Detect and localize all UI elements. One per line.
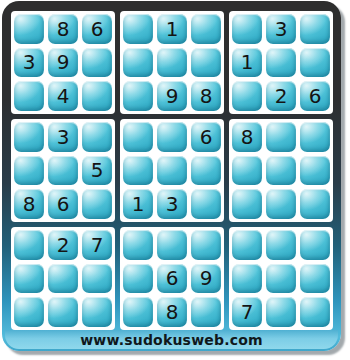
cell-digit: 7 [241,302,254,322]
cell-r3c1[interactable] [14,81,44,111]
cell-r6c5[interactable]: 3 [157,189,187,219]
cell-r8c6[interactable]: 9 [191,264,221,294]
block-3-3: 7 [229,227,333,330]
cell-r8c9[interactable] [300,264,330,294]
cell-r9c9[interactable] [300,297,330,327]
site-url: www.sudokusweb.com [80,332,263,348]
cell-r7c7[interactable] [232,230,262,260]
cell-r1c7[interactable] [232,14,262,44]
cell-digit: 7 [91,235,104,255]
cell-digit: 9 [57,52,70,72]
cell-r8c7[interactable] [232,264,262,294]
cell-r2c2[interactable]: 9 [48,48,78,78]
cell-r7c8[interactable] [266,230,296,260]
cell-r9c5[interactable]: 8 [157,297,187,327]
cell-r9c8[interactable] [266,297,296,327]
cell-r2c7[interactable]: 1 [232,48,262,78]
cell-r5c6[interactable] [191,156,221,186]
cell-r7c2[interactable]: 2 [48,230,78,260]
cell-r5c8[interactable] [266,156,296,186]
cell-r6c6[interactable] [191,189,221,219]
cell-r3c2[interactable]: 4 [48,81,78,111]
cell-r1c1[interactable] [14,14,44,44]
cell-r5c7[interactable] [232,156,262,186]
sudoku-board: 86394198312635866138276987 [11,11,333,330]
cell-r9c2[interactable] [48,297,78,327]
cell-digit: 3 [275,19,288,39]
cell-r6c8[interactable] [266,189,296,219]
cell-r5c9[interactable] [300,156,330,186]
cell-r3c5[interactable]: 9 [157,81,187,111]
cell-r8c8[interactable] [266,264,296,294]
cell-r9c6[interactable] [191,297,221,327]
cell-digit: 2 [57,235,70,255]
cell-r2c9[interactable] [300,48,330,78]
cell-r8c3[interactable] [82,264,112,294]
cell-digit: 6 [57,194,70,214]
cell-r5c4[interactable] [123,156,153,186]
cell-r7c9[interactable] [300,230,330,260]
cell-r7c5[interactable] [157,230,187,260]
cell-r3c9[interactable]: 6 [300,81,330,111]
cell-r1c2[interactable]: 8 [48,14,78,44]
cell-r5c5[interactable] [157,156,187,186]
cell-r8c5[interactable]: 6 [157,264,187,294]
cell-digit: 5 [91,160,104,180]
cell-digit: 3 [57,127,70,147]
cell-r6c2[interactable]: 6 [48,189,78,219]
block-3-1: 27 [11,227,115,330]
cell-r9c1[interactable] [14,297,44,327]
cell-r3c7[interactable] [232,81,262,111]
cell-digit: 9 [200,268,213,288]
cell-r6c1[interactable]: 8 [14,189,44,219]
cell-r7c4[interactable] [123,230,153,260]
cell-r3c6[interactable]: 8 [191,81,221,111]
cell-r8c4[interactable] [123,264,153,294]
block-1-3: 3126 [229,11,333,114]
cell-digit: 6 [91,19,104,39]
cell-r4c4[interactable] [123,122,153,152]
cell-r4c7[interactable]: 8 [232,122,262,152]
cell-r6c4[interactable]: 1 [123,189,153,219]
cell-r6c3[interactable] [82,189,112,219]
sudoku-page: 86394198312635866138276987 www.sudokuswe… [0,0,350,360]
cell-r9c4[interactable] [123,297,153,327]
cell-r4c5[interactable] [157,122,187,152]
cell-r3c8[interactable]: 2 [266,81,296,111]
cell-r7c3[interactable]: 7 [82,230,112,260]
cell-r1c6[interactable] [191,14,221,44]
cell-digit: 1 [166,19,179,39]
cell-r4c2[interactable]: 3 [48,122,78,152]
cell-r1c9[interactable] [300,14,330,44]
cell-digit: 4 [57,86,70,106]
cell-r2c6[interactable] [191,48,221,78]
cell-r7c1[interactable] [14,230,44,260]
block-2-1: 3586 [11,119,115,222]
cell-digit: 3 [166,194,179,214]
block-3-2: 698 [120,227,224,330]
cell-digit: 2 [275,86,288,106]
cell-r2c8[interactable] [266,48,296,78]
cell-r5c2[interactable] [48,156,78,186]
cell-r2c1[interactable]: 3 [14,48,44,78]
cell-r1c3[interactable]: 6 [82,14,112,44]
cell-r1c5[interactable]: 1 [157,14,187,44]
cell-r6c7[interactable] [232,189,262,219]
cell-r1c4[interactable] [123,14,153,44]
cell-r1c8[interactable]: 3 [266,14,296,44]
cell-r4c6[interactable]: 6 [191,122,221,152]
block-1-2: 198 [120,11,224,114]
block-2-2: 613 [120,119,224,222]
cell-r8c1[interactable] [14,264,44,294]
cell-r5c1[interactable] [14,156,44,186]
cell-r8c2[interactable] [48,264,78,294]
cell-r9c3[interactable] [82,297,112,327]
cell-r9c7[interactable]: 7 [232,297,262,327]
cell-r2c4[interactable] [123,48,153,78]
cell-r3c3[interactable] [82,81,112,111]
cell-r7c6[interactable] [191,230,221,260]
cell-digit: 8 [57,19,70,39]
cell-digit: 6 [309,86,322,106]
cell-digit: 8 [23,194,36,214]
cell-r5c3[interactable]: 5 [82,156,112,186]
cell-r4c9[interactable] [300,122,330,152]
cell-digit: 8 [200,86,213,106]
cell-digit: 6 [200,127,213,147]
cell-r2c3[interactable] [82,48,112,78]
cell-digit: 9 [166,86,179,106]
cell-r4c1[interactable] [14,122,44,152]
cell-digit: 6 [166,268,179,288]
cell-digit: 8 [166,302,179,322]
cell-digit: 1 [241,52,254,72]
footer-bar: www.sudokusweb.com [5,330,338,349]
board-frame: 86394198312635866138276987 www.sudokuswe… [2,1,341,351]
cell-r2c5[interactable] [157,48,187,78]
cell-r3c4[interactable] [123,81,153,111]
cell-digit: 1 [132,194,145,214]
block-2-3: 8 [229,119,333,222]
cell-r4c8[interactable] [266,122,296,152]
cell-r4c3[interactable] [82,122,112,152]
cell-r6c9[interactable] [300,189,330,219]
block-1-1: 86394 [11,11,115,114]
cell-digit: 8 [241,127,254,147]
cell-digit: 3 [23,52,36,72]
